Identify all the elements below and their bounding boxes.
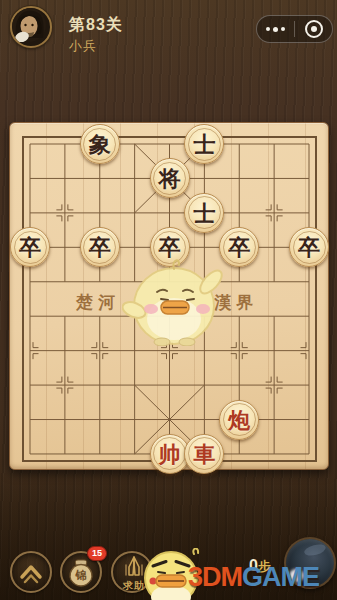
avatar-portrait [12, 8, 46, 42]
close-button[interactable] [295, 16, 332, 42]
more-button[interactable] [257, 16, 294, 42]
piece-character: 帅 [159, 443, 181, 465]
piece-black-elephant[interactable]: 象 [80, 124, 120, 164]
piece-black-soldier[interactable]: 卒 [80, 227, 120, 267]
site-watermark: 3DMGAME [188, 562, 319, 593]
piece-character: 炮 [228, 409, 250, 431]
piece-black-general[interactable]: 将 [150, 158, 190, 198]
piece-character: 将 [159, 167, 181, 189]
piece-character: 卒 [228, 236, 250, 258]
svg-text:锦: 锦 [75, 569, 87, 582]
rank-label: 小兵 [69, 37, 97, 55]
piece-character: 卒 [89, 236, 111, 258]
collapse-button[interactable] [10, 551, 52, 593]
app-screen: 第83关 小兵 楚河 漢界 象士将士卒卒卒卒卒炮帅車 [0, 0, 337, 600]
level-title: 第83关 [69, 15, 123, 36]
piece-character: 卒 [19, 236, 41, 258]
piece-red-cannon[interactable]: 炮 [219, 400, 259, 440]
piece-character: 士 [193, 202, 215, 224]
piece-black-advisor[interactable]: 士 [184, 193, 224, 233]
piece-character: 卒 [159, 236, 181, 258]
miniprogram-capsule [256, 15, 333, 43]
close-circle-icon [305, 20, 323, 38]
piece-character: 象 [89, 133, 111, 155]
tips-count-badge: 15 [87, 546, 107, 561]
tips-bag-button[interactable]: 锦 15 [60, 551, 102, 593]
piece-character: 卒 [298, 236, 320, 258]
river-label-left: 楚河 [70, 291, 126, 314]
more-dots-icon [266, 27, 285, 32]
watermark-game: GAME [242, 562, 319, 592]
piece-character: 車 [193, 443, 215, 465]
chick-mascot-river [122, 256, 226, 350]
player-avatar[interactable] [10, 6, 52, 48]
watermark-3dm: 3DM [188, 562, 242, 592]
piece-character: 士 [193, 133, 215, 155]
chevron-up-icon [12, 553, 50, 591]
